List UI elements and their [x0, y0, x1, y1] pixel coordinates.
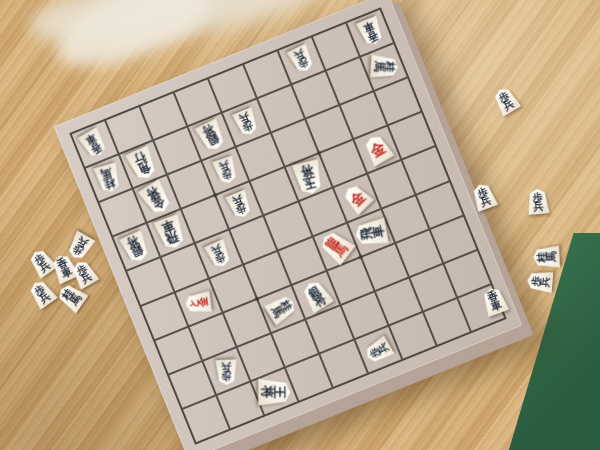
- piece-kanji: 車: [489, 300, 502, 313]
- piece-kanji: 兵: [502, 98, 516, 111]
- captured-pieces-layer: 歩兵歩兵香車歩兵歩兵桂馬歩兵歩兵歩兵桂馬歩兵香車: [0, 0, 600, 450]
- shogi-piece[interactable]: 歩兵: [526, 188, 550, 215]
- piece-kanji: 兵: [38, 291, 52, 305]
- shogi-piece[interactable]: 歩兵: [527, 269, 554, 293]
- piece-kanji: 馬: [547, 251, 557, 262]
- shogi-piece[interactable]: 歩兵: [490, 84, 522, 117]
- piece-kanji: 馬: [69, 293, 83, 307]
- shogi-table-scene: 香車桂馬角行金将銀将飛車銀将歩兵歩兵歩兵香車桂馬歩兵歩兵玉将金金龍馬飛車と金桂馬…: [0, 0, 600, 450]
- piece-kanji: 兵: [533, 201, 544, 212]
- piece-kanji: 兵: [80, 271, 94, 284]
- shogi-piece[interactable]: 歩兵: [469, 180, 498, 211]
- shogi-piece[interactable]: 桂馬: [533, 245, 560, 269]
- piece-kanji: 兵: [540, 276, 551, 287]
- shogi-piece[interactable]: 歩兵: [26, 276, 58, 309]
- piece-kanji: 兵: [480, 195, 493, 208]
- piece-kanji: 兵: [76, 234, 90, 247]
- shogi-piece[interactable]: 香車: [479, 285, 510, 317]
